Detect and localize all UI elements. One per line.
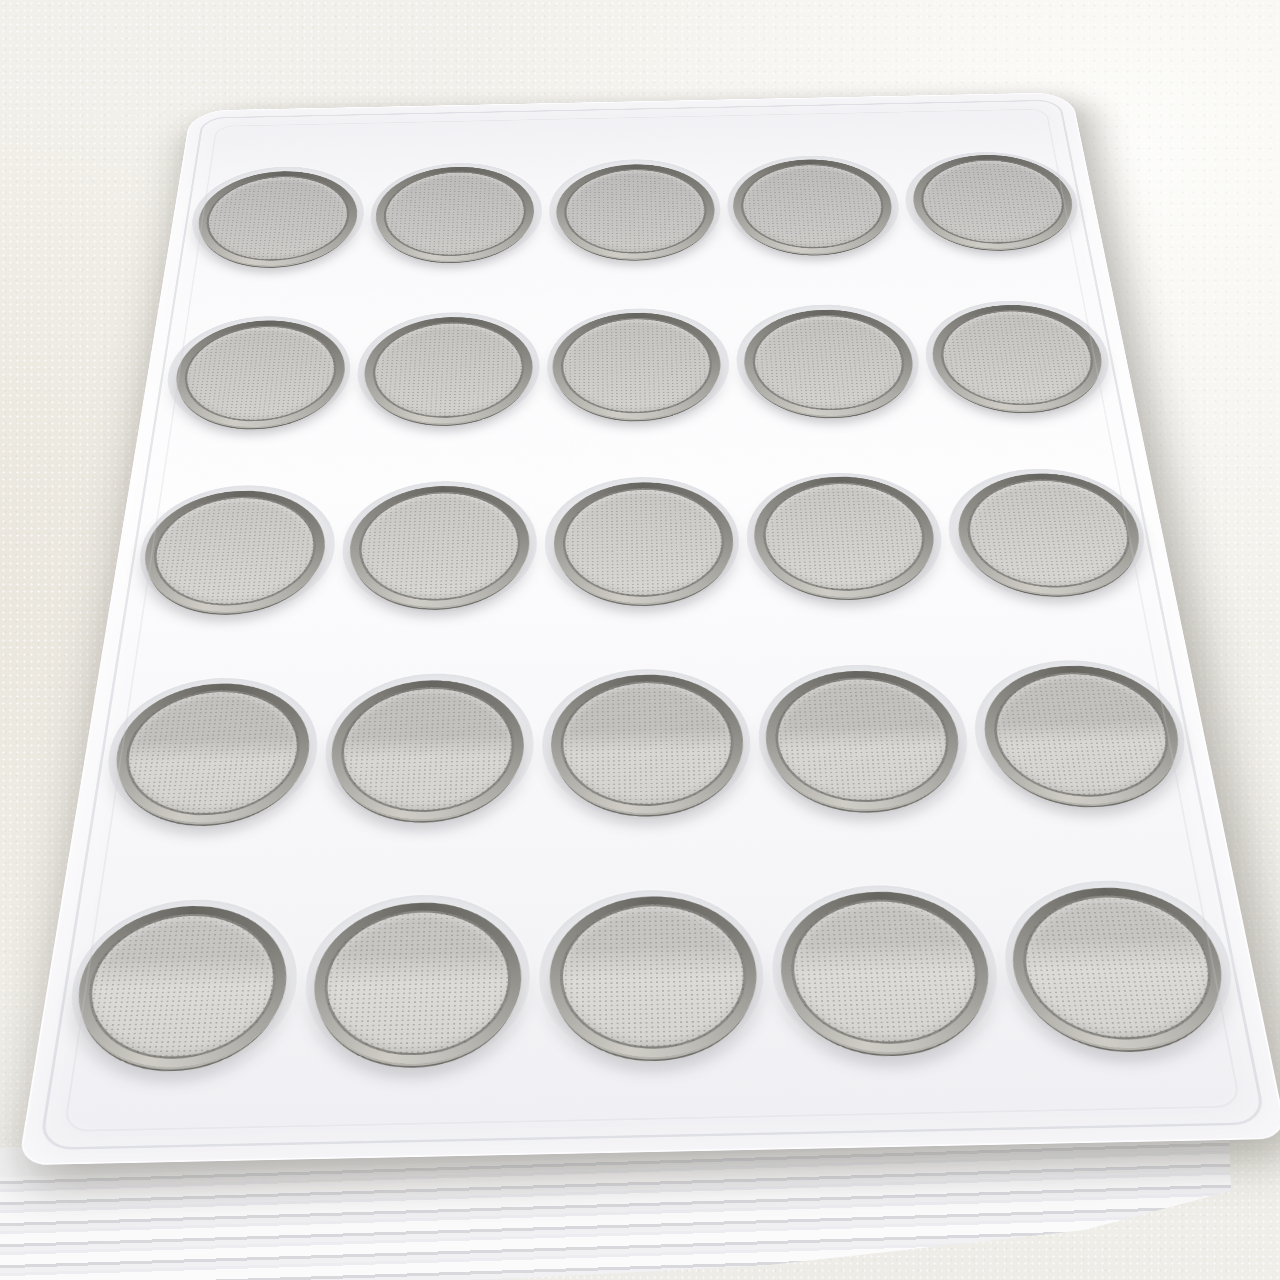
battery-face <box>560 902 750 1050</box>
battery-well <box>319 672 534 827</box>
tray-cell <box>151 290 361 460</box>
tray-cell <box>312 640 540 861</box>
battery-well <box>353 311 541 430</box>
battery-well <box>337 479 538 614</box>
tray-cell <box>985 843 1260 1098</box>
battery <box>192 170 362 268</box>
battery <box>951 472 1150 596</box>
battery-face <box>1014 894 1224 1042</box>
battery-well <box>743 471 949 605</box>
battery-well <box>367 161 543 266</box>
tray-cell <box>738 444 958 636</box>
battery-well <box>995 878 1248 1056</box>
battery <box>326 678 525 821</box>
tray-cell <box>542 283 738 452</box>
battery-face <box>935 309 1102 407</box>
tray-cell <box>912 275 1129 444</box>
battery-well <box>538 888 768 1067</box>
battery <box>556 163 717 260</box>
battery-well <box>541 667 754 821</box>
tray-cell <box>121 456 346 649</box>
battery <box>345 484 530 609</box>
battery <box>372 165 535 262</box>
tray-cell <box>958 627 1211 847</box>
battery-well <box>899 150 1087 255</box>
battery-face <box>381 170 527 257</box>
battery-well <box>159 314 355 433</box>
battery-face <box>564 168 709 255</box>
battery <box>907 153 1081 250</box>
battery <box>168 319 349 429</box>
battery <box>553 481 736 605</box>
battery-face <box>760 481 931 593</box>
tray-cell <box>361 140 547 290</box>
battery <box>776 890 998 1055</box>
battery <box>552 311 723 420</box>
tray-cell <box>533 852 776 1108</box>
battery-face <box>201 174 353 262</box>
tray-perspective-wrapper <box>0 0 1280 1165</box>
battery-well <box>59 897 304 1076</box>
photo-battery-tray-scene <box>0 0 1280 1280</box>
battery <box>926 303 1111 412</box>
tray-cell <box>330 452 542 645</box>
tray-cell <box>544 136 728 286</box>
battery-face <box>319 909 512 1058</box>
battery-well <box>919 299 1120 417</box>
battery-face <box>787 898 986 1046</box>
battery-face <box>563 487 727 599</box>
battery-face <box>916 158 1072 245</box>
tray-cell <box>87 645 330 866</box>
battery <box>730 158 897 255</box>
tray-cell <box>539 448 748 640</box>
tray-cell <box>761 847 1018 1102</box>
battery-face <box>336 685 515 813</box>
tray-cell <box>748 632 985 852</box>
battery-face <box>561 316 715 414</box>
battery-well <box>941 467 1157 601</box>
tray-cell <box>933 440 1166 632</box>
battery-well <box>299 893 532 1072</box>
battery-face <box>739 163 889 250</box>
battery-well <box>130 483 340 618</box>
tray-cell <box>728 279 933 448</box>
tray-plane <box>18 92 1280 1165</box>
battery-well <box>733 303 926 421</box>
battery <box>741 308 919 417</box>
battery-face <box>146 495 320 607</box>
battery <box>1003 886 1236 1051</box>
battery-face <box>178 324 341 423</box>
battery <box>67 904 294 1069</box>
tray-cell <box>536 636 761 857</box>
battery-face <box>79 912 283 1061</box>
battery-well <box>185 165 369 270</box>
battery <box>762 669 967 811</box>
battery-well <box>755 663 977 817</box>
battery <box>751 475 941 599</box>
tray-cell <box>893 129 1096 279</box>
battery-well <box>725 154 906 259</box>
battery <box>976 664 1191 806</box>
battery-face <box>355 490 522 602</box>
battery-face <box>117 689 305 817</box>
battery-well <box>546 307 732 426</box>
battery-face <box>772 676 956 804</box>
battery <box>550 673 746 816</box>
tray-cell <box>720 133 912 283</box>
battery-face <box>369 321 525 420</box>
battery <box>136 489 330 614</box>
tray-cell <box>48 861 312 1117</box>
battery-face <box>560 680 736 808</box>
battery-well <box>97 676 323 831</box>
battery-well <box>966 658 1199 812</box>
battery-well <box>549 158 724 263</box>
battery <box>308 901 523 1066</box>
battery <box>360 315 533 425</box>
battery-face <box>750 313 910 411</box>
tray-cell <box>290 857 536 1113</box>
battery <box>549 894 761 1059</box>
tray-cell <box>177 144 373 295</box>
battery-face <box>986 671 1179 799</box>
battery-face <box>961 478 1140 589</box>
battery <box>106 682 315 825</box>
tray-cell <box>347 287 545 457</box>
battery-well <box>768 883 1008 1061</box>
battery-well <box>544 475 742 610</box>
